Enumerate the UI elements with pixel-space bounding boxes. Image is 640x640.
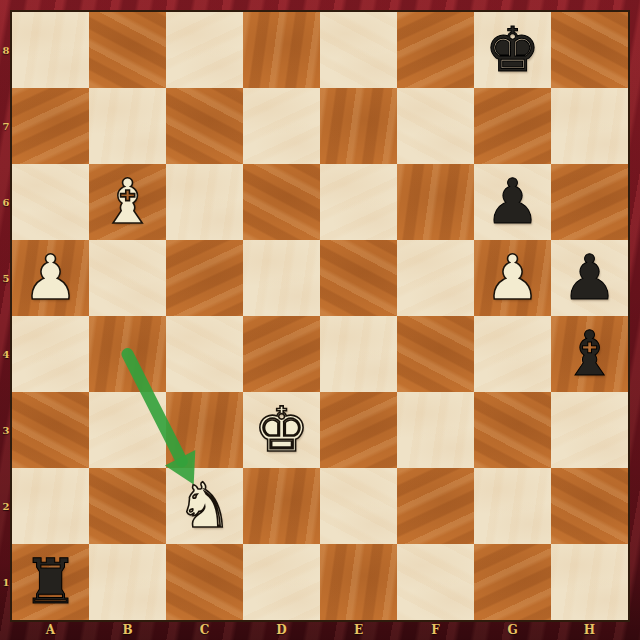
square-h6[interactable] bbox=[551, 164, 628, 240]
piece-white-knight[interactable]: ♞ bbox=[177, 475, 233, 537]
square-f4[interactable] bbox=[397, 316, 474, 392]
square-h7[interactable] bbox=[551, 88, 628, 164]
square-d6[interactable] bbox=[243, 164, 320, 240]
rank-label-6: 6 bbox=[0, 164, 12, 240]
square-g2[interactable] bbox=[474, 468, 551, 544]
file-label-d: D bbox=[243, 620, 320, 640]
square-c1[interactable] bbox=[166, 544, 243, 620]
square-g4[interactable] bbox=[474, 316, 551, 392]
square-f6[interactable] bbox=[397, 164, 474, 240]
square-g6[interactable]: ♟ bbox=[474, 164, 551, 240]
square-f5[interactable] bbox=[397, 240, 474, 316]
square-g5[interactable]: ♟ bbox=[474, 240, 551, 316]
rank-label-7: 7 bbox=[0, 88, 12, 164]
file-label-a: A bbox=[12, 620, 89, 640]
file-label-e: E bbox=[320, 620, 397, 640]
piece-white-king[interactable]: ♚ bbox=[254, 399, 310, 461]
square-b3[interactable] bbox=[89, 392, 166, 468]
rank-label-3: 3 bbox=[0, 392, 12, 468]
square-d8[interactable] bbox=[243, 12, 320, 88]
piece-black-king[interactable]: ♚ bbox=[485, 19, 541, 81]
square-a6[interactable] bbox=[12, 164, 89, 240]
square-g8[interactable]: ♚ bbox=[474, 12, 551, 88]
square-c3[interactable] bbox=[166, 392, 243, 468]
square-d4[interactable] bbox=[243, 316, 320, 392]
piece-black-bishop[interactable]: ♝ bbox=[562, 323, 618, 385]
square-c4[interactable] bbox=[166, 316, 243, 392]
square-g7[interactable] bbox=[474, 88, 551, 164]
square-g1[interactable] bbox=[474, 544, 551, 620]
file-label-b: B bbox=[89, 620, 166, 640]
rank-label-5: 5 bbox=[0, 240, 12, 316]
square-d1[interactable] bbox=[243, 544, 320, 620]
square-c8[interactable] bbox=[166, 12, 243, 88]
square-e1[interactable] bbox=[320, 544, 397, 620]
square-b2[interactable] bbox=[89, 468, 166, 544]
square-h8[interactable] bbox=[551, 12, 628, 88]
square-e3[interactable] bbox=[320, 392, 397, 468]
piece-white-bishop[interactable]: ♝ bbox=[100, 171, 156, 233]
square-f7[interactable] bbox=[397, 88, 474, 164]
square-g3[interactable] bbox=[474, 392, 551, 468]
piece-white-pawn[interactable]: ♟ bbox=[485, 247, 541, 309]
file-label-h: H bbox=[551, 620, 628, 640]
square-e2[interactable] bbox=[320, 468, 397, 544]
square-e7[interactable] bbox=[320, 88, 397, 164]
square-c2[interactable]: ♞ bbox=[166, 468, 243, 544]
square-a5[interactable]: ♟ bbox=[12, 240, 89, 316]
rank-label-2: 2 bbox=[0, 468, 12, 544]
square-h4[interactable]: ♝ bbox=[551, 316, 628, 392]
square-e5[interactable] bbox=[320, 240, 397, 316]
square-c7[interactable] bbox=[166, 88, 243, 164]
square-d7[interactable] bbox=[243, 88, 320, 164]
piece-black-pawn[interactable]: ♟ bbox=[485, 171, 541, 233]
rank-label-8: 8 bbox=[0, 12, 12, 88]
file-label-c: C bbox=[166, 620, 243, 640]
square-a1[interactable]: ♜ bbox=[12, 544, 89, 620]
square-a7[interactable] bbox=[12, 88, 89, 164]
square-d5[interactable] bbox=[243, 240, 320, 316]
square-f2[interactable] bbox=[397, 468, 474, 544]
square-a8[interactable] bbox=[12, 12, 89, 88]
square-e6[interactable] bbox=[320, 164, 397, 240]
square-f8[interactable] bbox=[397, 12, 474, 88]
square-b4[interactable] bbox=[89, 316, 166, 392]
square-b7[interactable] bbox=[89, 88, 166, 164]
file-labels: ABCDEFGH bbox=[12, 620, 628, 640]
square-a2[interactable] bbox=[12, 468, 89, 544]
rank-label-1: 1 bbox=[0, 544, 12, 620]
rank-label-4: 4 bbox=[0, 316, 12, 392]
rank-labels: 87654321 bbox=[0, 12, 12, 620]
square-d2[interactable] bbox=[243, 468, 320, 544]
piece-black-rook[interactable]: ♜ bbox=[23, 551, 79, 613]
square-e4[interactable] bbox=[320, 316, 397, 392]
square-e8[interactable] bbox=[320, 12, 397, 88]
square-a3[interactable] bbox=[12, 392, 89, 468]
square-b6[interactable]: ♝ bbox=[89, 164, 166, 240]
piece-white-pawn[interactable]: ♟ bbox=[23, 247, 79, 309]
square-h3[interactable] bbox=[551, 392, 628, 468]
square-b5[interactable] bbox=[89, 240, 166, 316]
file-label-g: G bbox=[474, 620, 551, 640]
chess-board: ♚♝♟♟♟♟♝♚♞♜ bbox=[12, 12, 628, 620]
square-f3[interactable] bbox=[397, 392, 474, 468]
square-f1[interactable] bbox=[397, 544, 474, 620]
square-h5[interactable]: ♟ bbox=[551, 240, 628, 316]
square-a4[interactable] bbox=[12, 316, 89, 392]
square-d3[interactable]: ♚ bbox=[243, 392, 320, 468]
chess-board-frame: ♚♝♟♟♟♟♝♚♞♜ 87654321 ABCDEFGH bbox=[0, 0, 640, 640]
file-label-f: F bbox=[397, 620, 474, 640]
square-h2[interactable] bbox=[551, 468, 628, 544]
square-b8[interactable] bbox=[89, 12, 166, 88]
square-c5[interactable] bbox=[166, 240, 243, 316]
square-h1[interactable] bbox=[551, 544, 628, 620]
square-c6[interactable] bbox=[166, 164, 243, 240]
piece-black-pawn[interactable]: ♟ bbox=[562, 247, 618, 309]
square-b1[interactable] bbox=[89, 544, 166, 620]
